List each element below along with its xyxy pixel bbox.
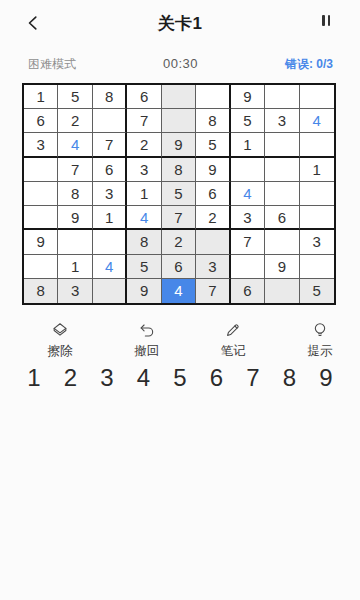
cell-r6c9[interactable] xyxy=(300,206,334,230)
cell-r1c8[interactable] xyxy=(265,85,299,109)
cell-r2c4[interactable]: 7 xyxy=(127,109,161,133)
cell-r9c6[interactable]: 7 xyxy=(196,279,230,303)
cell-r6c8[interactable]: 6 xyxy=(265,206,299,230)
cell-r9c5[interactable]: 4 xyxy=(162,279,196,303)
cell-r4c6[interactable]: 9 xyxy=(196,158,230,182)
cell-r2c7[interactable]: 5 xyxy=(231,109,265,133)
tool-label: 擦除 xyxy=(48,343,73,360)
cell-r9c1[interactable]: 8 xyxy=(24,279,58,303)
cell-r9c8[interactable] xyxy=(265,279,299,303)
page-title: 关卡1 xyxy=(0,12,360,35)
cell-r1c2[interactable]: 5 xyxy=(58,85,92,109)
cell-r8c1[interactable] xyxy=(24,255,58,279)
header: 关卡1 xyxy=(0,0,360,44)
notes-button[interactable]: 笔记 xyxy=(209,320,257,360)
cell-r6c1[interactable] xyxy=(24,206,58,230)
pencil-icon xyxy=(222,320,244,340)
numpad-6[interactable]: 6 xyxy=(205,364,229,392)
cell-r9c9[interactable]: 5 xyxy=(300,279,334,303)
cell-r4c4[interactable]: 3 xyxy=(127,158,161,182)
cell-r1c7[interactable]: 9 xyxy=(231,85,265,109)
cell-r4c9[interactable]: 1 xyxy=(300,158,334,182)
sudoku-board: 1586962785343472951763891831564914723698… xyxy=(22,83,336,305)
numpad-9[interactable]: 9 xyxy=(314,364,338,392)
bulb-icon xyxy=(309,320,331,340)
cell-r1c4[interactable]: 6 xyxy=(127,85,161,109)
cell-r6c7[interactable]: 3 xyxy=(231,206,265,230)
cell-r6c3[interactable]: 1 xyxy=(93,206,127,230)
cell-r3c4[interactable]: 2 xyxy=(127,133,161,157)
cell-r6c4[interactable]: 4 xyxy=(127,206,161,230)
cell-r5c5[interactable]: 5 xyxy=(162,182,196,206)
error-counter: 错误: 0/3 xyxy=(231,56,333,73)
cell-r8c4[interactable]: 5 xyxy=(127,255,161,279)
erase-button[interactable]: 擦除 xyxy=(36,320,84,360)
cell-r6c5[interactable]: 7 xyxy=(162,206,196,230)
cell-r9c4[interactable]: 9 xyxy=(127,279,161,303)
cell-r8c8[interactable]: 9 xyxy=(265,255,299,279)
tool-label: 撤回 xyxy=(134,343,159,360)
cell-r3c1[interactable]: 3 xyxy=(24,133,58,157)
cell-r7c4[interactable]: 8 xyxy=(127,230,161,254)
pause-button[interactable] xyxy=(318,15,334,29)
cell-r2c1[interactable]: 6 xyxy=(24,109,58,133)
cell-r1c6[interactable] xyxy=(196,85,230,109)
cell-r4c8[interactable] xyxy=(265,158,299,182)
difficulty-label: 困难模式 xyxy=(28,56,130,73)
pause-icon xyxy=(322,15,325,26)
undo-icon xyxy=(136,320,158,340)
cell-r5c2[interactable]: 8 xyxy=(58,182,92,206)
cell-r7c6[interactable] xyxy=(196,230,230,254)
cell-r4c3[interactable]: 6 xyxy=(93,158,127,182)
cell-r8c6[interactable]: 3 xyxy=(196,255,230,279)
cell-r7c9[interactable]: 3 xyxy=(300,230,334,254)
cell-r1c9[interactable] xyxy=(300,85,334,109)
number-pad: 1 2 3 4 5 6 7 8 9 xyxy=(22,360,338,396)
cell-r9c7[interactable]: 6 xyxy=(231,279,265,303)
cell-r6c6[interactable]: 2 xyxy=(196,206,230,230)
numpad-2[interactable]: 2 xyxy=(59,364,83,392)
numpad-3[interactable]: 3 xyxy=(95,364,119,392)
tool-label: 笔记 xyxy=(221,343,246,360)
cell-r3c9[interactable] xyxy=(300,133,334,157)
cell-r2c2[interactable]: 2 xyxy=(58,109,92,133)
numpad-7[interactable]: 7 xyxy=(241,364,265,392)
cell-r3c5[interactable]: 9 xyxy=(162,133,196,157)
cell-r5c9[interactable] xyxy=(300,182,334,206)
cell-r8c2[interactable]: 1 xyxy=(58,255,92,279)
cell-r2c8[interactable]: 3 xyxy=(265,109,299,133)
cell-r7c2[interactable] xyxy=(58,230,92,254)
numpad-5[interactable]: 5 xyxy=(168,364,192,392)
cell-r2c6[interactable]: 8 xyxy=(196,109,230,133)
cell-r9c3[interactable] xyxy=(93,279,127,303)
cell-r5c8[interactable] xyxy=(265,182,299,206)
cell-r3c7[interactable]: 1 xyxy=(231,133,265,157)
cell-r3c6[interactable]: 5 xyxy=(196,133,230,157)
numpad-8[interactable]: 8 xyxy=(278,364,302,392)
status-bar: 困难模式 00:30 错误: 0/3 xyxy=(28,56,333,73)
cell-r1c1[interactable]: 1 xyxy=(24,85,58,109)
cell-r3c3[interactable]: 7 xyxy=(93,133,127,157)
cell-r4c1[interactable] xyxy=(24,158,58,182)
tool-label: 提示 xyxy=(307,343,332,360)
cell-r4c5[interactable]: 8 xyxy=(162,158,196,182)
cell-r7c7[interactable]: 7 xyxy=(231,230,265,254)
eraser-icon xyxy=(49,320,71,340)
cell-r1c5[interactable] xyxy=(162,85,196,109)
sudoku-app: 关卡1 困难模式 00:30 错误: 0/3 15869627853434729… xyxy=(0,0,360,600)
timer: 00:30 xyxy=(130,56,232,71)
cell-r4c2[interactable]: 7 xyxy=(58,158,92,182)
cell-r6c2[interactable]: 9 xyxy=(58,206,92,230)
cell-r5c6[interactable]: 6 xyxy=(196,182,230,206)
cell-r7c1[interactable]: 9 xyxy=(24,230,58,254)
numpad-1[interactable]: 1 xyxy=(22,364,46,392)
numpad-4[interactable]: 4 xyxy=(132,364,156,392)
cell-r3c8[interactable] xyxy=(265,133,299,157)
cell-r8c9[interactable] xyxy=(300,255,334,279)
cell-r3c2[interactable]: 4 xyxy=(58,133,92,157)
cell-r5c3[interactable]: 3 xyxy=(93,182,127,206)
cell-r1c3[interactable]: 8 xyxy=(93,85,127,109)
cell-r5c7[interactable]: 4 xyxy=(231,182,265,206)
cell-r5c1[interactable] xyxy=(24,182,58,206)
cell-r8c3[interactable]: 4 xyxy=(93,255,127,279)
hint-button[interactable]: 提示 xyxy=(296,320,344,360)
cell-r8c5[interactable]: 6 xyxy=(162,255,196,279)
cell-r2c9[interactable]: 4 xyxy=(300,109,334,133)
cell-r2c3[interactable] xyxy=(93,109,127,133)
cell-r7c5[interactable]: 2 xyxy=(162,230,196,254)
cell-r5c4[interactable]: 1 xyxy=(127,182,161,206)
cell-r2c5[interactable] xyxy=(162,109,196,133)
cell-r9c2[interactable]: 3 xyxy=(58,279,92,303)
cell-r7c8[interactable] xyxy=(265,230,299,254)
cell-r8c7[interactable] xyxy=(231,255,265,279)
cell-r7c3[interactable] xyxy=(93,230,127,254)
cell-r4c7[interactable] xyxy=(231,158,265,182)
toolbar: 擦除 撤回 笔记 提示 xyxy=(36,320,344,360)
undo-button[interactable]: 撤回 xyxy=(123,320,171,360)
